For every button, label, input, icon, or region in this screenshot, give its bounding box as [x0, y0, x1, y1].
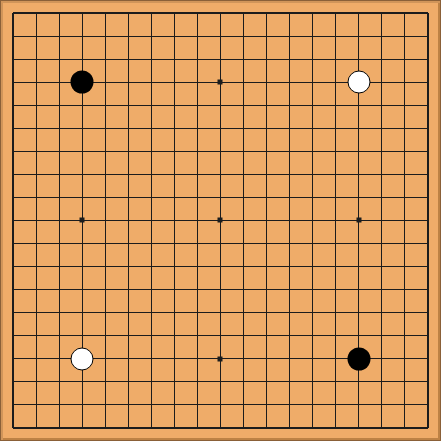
intersection[interactable]	[232, 2, 255, 25]
intersection[interactable]	[393, 278, 416, 301]
intersection[interactable]	[255, 324, 278, 347]
intersection[interactable]	[163, 140, 186, 163]
intersection[interactable]	[2, 393, 25, 416]
intersection[interactable]	[255, 416, 278, 439]
intersection[interactable]	[347, 48, 370, 71]
intersection[interactable]	[324, 255, 347, 278]
intersection[interactable]	[94, 324, 117, 347]
intersection[interactable]	[2, 324, 25, 347]
intersection[interactable]	[232, 94, 255, 117]
intersection[interactable]	[117, 301, 140, 324]
intersection[interactable]	[2, 163, 25, 186]
intersection[interactable]	[370, 370, 393, 393]
intersection[interactable]	[232, 324, 255, 347]
intersection[interactable]	[163, 393, 186, 416]
intersection[interactable]	[25, 347, 48, 370]
intersection[interactable]	[163, 370, 186, 393]
intersection[interactable]	[71, 25, 94, 48]
intersection[interactable]	[301, 393, 324, 416]
intersection[interactable]	[48, 117, 71, 140]
intersection[interactable]	[186, 48, 209, 71]
intersection[interactable]	[94, 393, 117, 416]
intersection[interactable]	[255, 163, 278, 186]
intersection[interactable]	[347, 94, 370, 117]
intersection[interactable]	[117, 71, 140, 94]
intersection[interactable]	[255, 140, 278, 163]
intersection[interactable]	[370, 117, 393, 140]
intersection[interactable]	[25, 48, 48, 71]
intersection[interactable]	[209, 324, 232, 347]
intersection[interactable]	[278, 416, 301, 439]
intersection[interactable]	[347, 186, 370, 209]
intersection[interactable]	[255, 25, 278, 48]
intersection[interactable]	[370, 94, 393, 117]
intersection[interactable]	[370, 232, 393, 255]
intersection[interactable]	[117, 48, 140, 71]
intersection[interactable]	[301, 347, 324, 370]
intersection[interactable]	[347, 232, 370, 255]
intersection[interactable]	[140, 232, 163, 255]
intersection[interactable]	[163, 117, 186, 140]
intersection[interactable]	[2, 232, 25, 255]
intersection[interactable]	[393, 209, 416, 232]
intersection[interactable]	[25, 301, 48, 324]
intersection[interactable]	[416, 255, 439, 278]
intersection[interactable]	[209, 117, 232, 140]
intersection[interactable]	[163, 278, 186, 301]
intersection[interactable]	[209, 209, 232, 232]
intersection[interactable]	[370, 209, 393, 232]
intersection[interactable]	[232, 393, 255, 416]
intersection[interactable]	[117, 94, 140, 117]
intersection[interactable]	[347, 25, 370, 48]
intersection[interactable]	[416, 301, 439, 324]
intersection[interactable]	[255, 232, 278, 255]
intersection[interactable]	[393, 232, 416, 255]
intersection[interactable]	[393, 347, 416, 370]
intersection[interactable]	[71, 117, 94, 140]
intersection[interactable]	[301, 94, 324, 117]
intersection[interactable]	[370, 186, 393, 209]
intersection[interactable]	[94, 416, 117, 439]
intersection[interactable]	[48, 2, 71, 25]
intersection[interactable]	[370, 347, 393, 370]
intersection[interactable]	[48, 232, 71, 255]
intersection[interactable]	[370, 301, 393, 324]
intersection[interactable]	[347, 140, 370, 163]
intersection[interactable]	[324, 48, 347, 71]
intersection[interactable]	[301, 255, 324, 278]
intersection[interactable]	[324, 393, 347, 416]
intersection[interactable]	[278, 324, 301, 347]
intersection[interactable]	[140, 94, 163, 117]
intersection[interactable]	[71, 209, 94, 232]
intersection[interactable]	[255, 255, 278, 278]
intersection[interactable]	[117, 324, 140, 347]
intersection[interactable]	[117, 416, 140, 439]
intersection[interactable]	[232, 416, 255, 439]
intersection[interactable]	[48, 301, 71, 324]
intersection[interactable]	[393, 140, 416, 163]
intersection[interactable]	[209, 25, 232, 48]
intersection[interactable]	[393, 370, 416, 393]
intersection[interactable]	[2, 416, 25, 439]
intersection[interactable]	[186, 25, 209, 48]
intersection[interactable]	[416, 278, 439, 301]
intersection[interactable]	[301, 48, 324, 71]
intersection[interactable]	[2, 71, 25, 94]
intersection[interactable]	[301, 2, 324, 25]
intersection[interactable]	[163, 25, 186, 48]
intersection[interactable]	[71, 186, 94, 209]
intersection[interactable]	[186, 71, 209, 94]
intersection[interactable]	[186, 94, 209, 117]
intersection[interactable]	[393, 48, 416, 71]
intersection[interactable]	[71, 94, 94, 117]
intersection[interactable]	[255, 186, 278, 209]
intersection[interactable]	[393, 2, 416, 25]
intersection[interactable]	[140, 324, 163, 347]
intersection[interactable]	[301, 232, 324, 255]
intersection[interactable]	[370, 324, 393, 347]
intersection[interactable]	[324, 2, 347, 25]
intersection[interactable]	[94, 255, 117, 278]
intersection[interactable]	[140, 209, 163, 232]
intersection[interactable]	[2, 25, 25, 48]
intersection[interactable]	[186, 140, 209, 163]
intersection[interactable]	[71, 324, 94, 347]
intersection[interactable]	[209, 2, 232, 25]
intersection[interactable]	[301, 416, 324, 439]
intersection[interactable]	[2, 278, 25, 301]
intersection[interactable]	[71, 301, 94, 324]
intersection[interactable]	[347, 278, 370, 301]
intersection[interactable]	[278, 370, 301, 393]
intersection[interactable]	[416, 71, 439, 94]
intersection[interactable]	[232, 370, 255, 393]
intersection[interactable]	[25, 416, 48, 439]
intersection[interactable]	[209, 393, 232, 416]
intersection[interactable]	[232, 347, 255, 370]
intersection[interactable]	[209, 140, 232, 163]
intersection[interactable]	[301, 370, 324, 393]
intersection[interactable]	[416, 48, 439, 71]
intersection[interactable]	[163, 347, 186, 370]
intersection[interactable]	[140, 2, 163, 25]
intersection[interactable]	[416, 163, 439, 186]
intersection[interactable]	[301, 209, 324, 232]
intersection[interactable]	[48, 163, 71, 186]
intersection[interactable]	[2, 2, 25, 25]
intersection[interactable]	[2, 186, 25, 209]
intersection[interactable]	[25, 255, 48, 278]
intersection[interactable]	[94, 94, 117, 117]
intersection[interactable]	[2, 117, 25, 140]
intersection[interactable]	[301, 278, 324, 301]
intersection[interactable]	[71, 2, 94, 25]
intersection[interactable]	[140, 370, 163, 393]
intersection[interactable]	[94, 48, 117, 71]
intersection[interactable]	[416, 186, 439, 209]
intersection[interactable]	[209, 94, 232, 117]
intersection[interactable]	[209, 416, 232, 439]
intersection[interactable]	[209, 278, 232, 301]
intersection[interactable]	[370, 48, 393, 71]
intersection[interactable]	[186, 163, 209, 186]
intersection[interactable]	[255, 301, 278, 324]
intersection[interactable]	[347, 416, 370, 439]
intersection[interactable]	[163, 255, 186, 278]
intersection[interactable]	[209, 347, 232, 370]
intersection[interactable]	[2, 48, 25, 71]
intersection[interactable]	[416, 347, 439, 370]
intersection[interactable]	[209, 186, 232, 209]
intersection[interactable]	[232, 117, 255, 140]
intersection[interactable]	[48, 25, 71, 48]
intersection[interactable]	[324, 94, 347, 117]
intersection[interactable]	[324, 140, 347, 163]
intersection[interactable]	[209, 370, 232, 393]
intersection[interactable]	[416, 393, 439, 416]
intersection[interactable]	[232, 301, 255, 324]
intersection[interactable]	[94, 117, 117, 140]
intersection[interactable]	[48, 186, 71, 209]
intersection[interactable]	[209, 255, 232, 278]
intersection[interactable]	[163, 301, 186, 324]
intersection[interactable]	[186, 278, 209, 301]
intersection[interactable]	[255, 48, 278, 71]
intersection[interactable]	[140, 117, 163, 140]
intersection[interactable]	[163, 2, 186, 25]
intersection[interactable]	[324, 278, 347, 301]
intersection[interactable]	[416, 209, 439, 232]
intersection[interactable]	[163, 209, 186, 232]
intersection[interactable]	[140, 25, 163, 48]
intersection[interactable]	[278, 186, 301, 209]
intersection[interactable]	[347, 370, 370, 393]
intersection[interactable]	[2, 301, 25, 324]
intersection[interactable]	[48, 255, 71, 278]
intersection[interactable]	[278, 94, 301, 117]
intersection[interactable]	[117, 232, 140, 255]
intersection[interactable]	[140, 163, 163, 186]
intersection[interactable]	[163, 71, 186, 94]
intersection[interactable]	[278, 25, 301, 48]
intersection[interactable]	[48, 209, 71, 232]
intersection[interactable]	[94, 370, 117, 393]
intersection[interactable]	[117, 186, 140, 209]
intersection[interactable]	[140, 71, 163, 94]
intersection[interactable]	[347, 163, 370, 186]
intersection[interactable]	[71, 278, 94, 301]
intersection[interactable]	[301, 117, 324, 140]
intersection[interactable]	[117, 370, 140, 393]
intersection[interactable]	[25, 393, 48, 416]
intersection[interactable]	[71, 232, 94, 255]
intersection[interactable]	[2, 209, 25, 232]
intersection[interactable]	[393, 255, 416, 278]
intersection[interactable]	[209, 71, 232, 94]
intersection[interactable]	[255, 117, 278, 140]
intersection[interactable]	[209, 163, 232, 186]
intersection[interactable]	[278, 71, 301, 94]
intersection[interactable]	[370, 255, 393, 278]
intersection[interactable]	[186, 117, 209, 140]
intersection[interactable]	[232, 232, 255, 255]
intersection[interactable]	[163, 324, 186, 347]
intersection[interactable]	[393, 186, 416, 209]
intersection[interactable]	[140, 347, 163, 370]
intersection[interactable]	[393, 416, 416, 439]
intersection[interactable]	[48, 140, 71, 163]
intersection[interactable]	[232, 71, 255, 94]
intersection[interactable]	[94, 2, 117, 25]
intersection[interactable]	[209, 232, 232, 255]
intersection[interactable]	[278, 278, 301, 301]
intersection[interactable]	[324, 370, 347, 393]
intersection[interactable]	[370, 71, 393, 94]
intersection[interactable]	[278, 232, 301, 255]
intersection[interactable]	[278, 163, 301, 186]
intersection[interactable]	[117, 255, 140, 278]
intersection[interactable]	[2, 370, 25, 393]
intersection[interactable]	[370, 416, 393, 439]
intersection[interactable]	[393, 163, 416, 186]
intersection[interactable]	[117, 278, 140, 301]
intersection[interactable]	[117, 2, 140, 25]
intersection[interactable]	[140, 278, 163, 301]
intersection[interactable]	[209, 48, 232, 71]
intersection[interactable]	[301, 186, 324, 209]
intersection[interactable]	[370, 2, 393, 25]
intersection[interactable]	[94, 186, 117, 209]
intersection[interactable]	[163, 416, 186, 439]
intersection[interactable]	[2, 347, 25, 370]
intersection[interactable]	[301, 163, 324, 186]
intersection[interactable]	[186, 2, 209, 25]
intersection[interactable]	[347, 2, 370, 25]
intersection[interactable]	[393, 94, 416, 117]
intersection[interactable]	[324, 209, 347, 232]
intersection[interactable]	[347, 255, 370, 278]
intersection[interactable]	[25, 94, 48, 117]
intersection[interactable]	[416, 232, 439, 255]
intersection[interactable]	[94, 232, 117, 255]
intersection[interactable]	[117, 163, 140, 186]
intersection[interactable]	[71, 370, 94, 393]
intersection[interactable]	[25, 2, 48, 25]
intersection[interactable]	[71, 255, 94, 278]
intersection[interactable]	[71, 163, 94, 186]
intersection[interactable]	[117, 25, 140, 48]
intersection[interactable]	[94, 140, 117, 163]
intersection[interactable]	[117, 140, 140, 163]
intersection[interactable]	[163, 163, 186, 186]
intersection[interactable]	[25, 232, 48, 255]
intersection[interactable]	[416, 2, 439, 25]
intersection[interactable]	[393, 324, 416, 347]
intersection[interactable]	[94, 209, 117, 232]
intersection[interactable]	[163, 186, 186, 209]
intersection[interactable]	[301, 301, 324, 324]
intersection[interactable]	[186, 347, 209, 370]
intersection[interactable]	[25, 25, 48, 48]
intersection[interactable]	[48, 278, 71, 301]
intersection[interactable]	[255, 370, 278, 393]
intersection[interactable]	[25, 163, 48, 186]
intersection[interactable]	[186, 370, 209, 393]
intersection[interactable]	[94, 347, 117, 370]
intersection[interactable]	[393, 25, 416, 48]
intersection[interactable]	[278, 393, 301, 416]
intersection[interactable]	[186, 393, 209, 416]
intersection[interactable]	[278, 140, 301, 163]
intersection[interactable]	[117, 393, 140, 416]
intersection[interactable]	[416, 117, 439, 140]
intersection[interactable]	[186, 232, 209, 255]
intersection[interactable]	[324, 324, 347, 347]
intersection[interactable]	[370, 278, 393, 301]
intersection[interactable]	[117, 347, 140, 370]
intersection[interactable]	[347, 209, 370, 232]
intersection[interactable]	[255, 71, 278, 94]
intersection[interactable]	[25, 324, 48, 347]
intersection[interactable]	[94, 163, 117, 186]
intersection[interactable]	[232, 255, 255, 278]
intersection[interactable]	[48, 416, 71, 439]
intersection[interactable]	[232, 163, 255, 186]
intersection[interactable]	[140, 301, 163, 324]
intersection[interactable]	[94, 71, 117, 94]
intersection[interactable]	[370, 25, 393, 48]
intersection[interactable]	[140, 255, 163, 278]
intersection[interactable]	[324, 25, 347, 48]
intersection[interactable]	[2, 140, 25, 163]
intersection[interactable]	[324, 163, 347, 186]
intersection[interactable]	[163, 48, 186, 71]
intersection[interactable]	[370, 393, 393, 416]
intersection[interactable]	[186, 301, 209, 324]
intersection[interactable]	[347, 117, 370, 140]
intersection[interactable]	[140, 186, 163, 209]
intersection[interactable]	[255, 94, 278, 117]
intersection[interactable]	[25, 209, 48, 232]
intersection[interactable]	[25, 117, 48, 140]
intersection[interactable]	[2, 255, 25, 278]
intersection[interactable]	[71, 140, 94, 163]
intersection[interactable]	[25, 278, 48, 301]
intersection[interactable]	[393, 393, 416, 416]
intersection[interactable]	[186, 416, 209, 439]
intersection[interactable]	[416, 94, 439, 117]
intersection[interactable]	[301, 140, 324, 163]
intersection[interactable]	[48, 48, 71, 71]
intersection[interactable]	[232, 25, 255, 48]
intersection[interactable]	[324, 301, 347, 324]
intersection[interactable]	[324, 347, 347, 370]
intersection[interactable]	[25, 71, 48, 94]
intersection[interactable]	[393, 117, 416, 140]
intersection[interactable]	[255, 209, 278, 232]
intersection[interactable]	[416, 324, 439, 347]
intersection[interactable]	[278, 117, 301, 140]
intersection[interactable]	[278, 48, 301, 71]
intersection[interactable]	[370, 163, 393, 186]
intersection[interactable]	[140, 140, 163, 163]
intersection[interactable]	[232, 278, 255, 301]
intersection[interactable]	[324, 416, 347, 439]
intersection[interactable]	[278, 347, 301, 370]
